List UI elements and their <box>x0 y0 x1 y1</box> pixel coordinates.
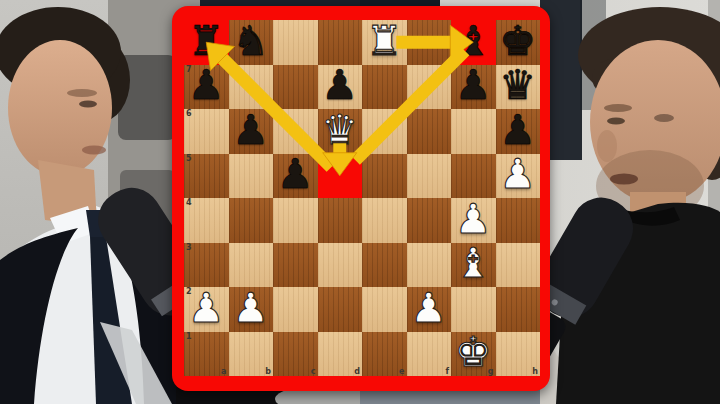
square-f3[interactable] <box>407 243 452 288</box>
square-e2[interactable] <box>362 287 407 332</box>
square-f5[interactable] <box>407 154 452 199</box>
piece-black-queen[interactable]: ♛ <box>496 65 541 110</box>
piece-white-pawn[interactable]: ♟ <box>451 198 496 243</box>
square-d5[interactable] <box>318 154 363 199</box>
file-label-a: a <box>221 367 226 376</box>
square-c4[interactable] <box>273 198 318 243</box>
square-b1[interactable]: b <box>229 332 274 377</box>
square-f7[interactable] <box>407 65 452 110</box>
square-c5[interactable]: ♟ <box>273 154 318 199</box>
square-a2[interactable]: 2♟ <box>184 287 229 332</box>
rank-label-6: 6 <box>186 109 192 118</box>
file-label-e: e <box>399 367 404 376</box>
square-b4[interactable] <box>229 198 274 243</box>
square-d1[interactable]: d <box>318 332 363 377</box>
square-b8[interactable]: ♞ <box>229 20 274 65</box>
square-c3[interactable] <box>273 243 318 288</box>
square-f1[interactable]: f <box>407 332 452 377</box>
square-h4[interactable] <box>496 198 541 243</box>
piece-white-pawn[interactable]: ♟ <box>407 287 452 332</box>
square-h6[interactable]: ♟ <box>496 109 541 154</box>
square-f2[interactable]: ♟ <box>407 287 452 332</box>
square-h7[interactable]: ♛ <box>496 65 541 110</box>
piece-white-king[interactable]: ♚ <box>451 332 496 377</box>
rank-label-4: 4 <box>186 198 192 207</box>
square-a6[interactable]: 6 <box>184 109 229 154</box>
square-f6[interactable] <box>407 109 452 154</box>
square-h3[interactable] <box>496 243 541 288</box>
piece-black-knight[interactable]: ♞ <box>229 20 274 65</box>
square-a4[interactable]: 4 <box>184 198 229 243</box>
chessboard-frame: ♜♞♜♝♚7♟♟♟♛6♟♛♟5♟♟4♟3♝2♟♟♟1abcdefg♚h <box>172 6 550 391</box>
file-label-b: b <box>265 367 271 376</box>
square-h2[interactable] <box>496 287 541 332</box>
square-d8[interactable] <box>318 20 363 65</box>
square-h5[interactable]: ♟ <box>496 154 541 199</box>
square-e7[interactable] <box>362 65 407 110</box>
square-a5[interactable]: 5 <box>184 154 229 199</box>
piece-black-king[interactable]: ♚ <box>496 20 541 65</box>
square-c2[interactable] <box>273 287 318 332</box>
piece-black-pawn[interactable]: ♟ <box>229 109 274 154</box>
square-c8[interactable] <box>273 20 318 65</box>
square-f8[interactable] <box>407 20 452 65</box>
square-a7[interactable]: 7♟ <box>184 65 229 110</box>
square-d6[interactable]: ♛ <box>318 109 363 154</box>
square-d3[interactable] <box>318 243 363 288</box>
square-f4[interactable] <box>407 198 452 243</box>
square-b6[interactable]: ♟ <box>229 109 274 154</box>
square-e1[interactable]: e <box>362 332 407 377</box>
piece-white-queen[interactable]: ♛ <box>318 109 363 154</box>
square-c1[interactable]: c <box>273 332 318 377</box>
piece-black-pawn[interactable]: ♟ <box>451 65 496 110</box>
piece-black-pawn[interactable]: ♟ <box>273 154 318 199</box>
piece-black-pawn[interactable]: ♟ <box>496 109 541 154</box>
square-d2[interactable] <box>318 287 363 332</box>
square-b3[interactable] <box>229 243 274 288</box>
file-label-f: f <box>446 367 449 376</box>
square-e8[interactable]: ♜ <box>362 20 407 65</box>
square-g4[interactable]: ♟ <box>451 198 496 243</box>
square-d7[interactable]: ♟ <box>318 65 363 110</box>
piece-black-pawn[interactable]: ♟ <box>318 65 363 110</box>
square-h1[interactable]: h <box>496 332 541 377</box>
square-g1[interactable]: g♚ <box>451 332 496 377</box>
square-c7[interactable] <box>273 65 318 110</box>
piece-white-pawn[interactable]: ♟ <box>229 287 274 332</box>
face <box>8 40 112 176</box>
piece-white-bishop[interactable]: ♝ <box>451 243 496 288</box>
square-b5[interactable] <box>229 154 274 199</box>
piece-black-pawn[interactable]: ♟ <box>184 65 229 110</box>
chessboard[interactable]: ♜♞♜♝♚7♟♟♟♛6♟♛♟5♟♟4♟3♝2♟♟♟1abcdefg♚h <box>184 20 540 376</box>
file-label-h: h <box>532 367 538 376</box>
piece-white-pawn[interactable]: ♟ <box>184 287 229 332</box>
square-a1[interactable]: 1a <box>184 332 229 377</box>
square-c6[interactable] <box>273 109 318 154</box>
square-g2[interactable] <box>451 287 496 332</box>
square-e5[interactable] <box>362 154 407 199</box>
piece-white-pawn[interactable]: ♟ <box>496 154 541 199</box>
piece-white-rook[interactable]: ♜ <box>362 20 407 65</box>
rank-label-1: 1 <box>186 332 192 341</box>
square-g3[interactable]: ♝ <box>451 243 496 288</box>
square-b2[interactable]: ♟ <box>229 287 274 332</box>
square-g5[interactable] <box>451 154 496 199</box>
file-label-d: d <box>354 367 360 376</box>
video-thumbnail: ♜♞♜♝♚7♟♟♟♛6♟♛♟5♟♟4♟3♝2♟♟♟1abcdefg♚h <box>0 0 720 404</box>
rank-label-3: 3 <box>186 243 192 252</box>
square-g7[interactable]: ♟ <box>451 65 496 110</box>
square-b7[interactable] <box>229 65 274 110</box>
piece-black-bishop[interactable]: ♝ <box>451 20 496 65</box>
square-h8[interactable]: ♚ <box>496 20 541 65</box>
square-a8[interactable]: ♜ <box>184 20 229 65</box>
square-e4[interactable] <box>362 198 407 243</box>
square-g8[interactable]: ♝ <box>451 20 496 65</box>
piece-black-rook[interactable]: ♜ <box>184 20 229 65</box>
square-a3[interactable]: 3 <box>184 243 229 288</box>
square-d4[interactable] <box>318 198 363 243</box>
square-e6[interactable] <box>362 109 407 154</box>
square-g6[interactable] <box>451 109 496 154</box>
square-e3[interactable] <box>362 243 407 288</box>
file-label-c: c <box>311 367 316 376</box>
rank-label-5: 5 <box>186 154 192 163</box>
